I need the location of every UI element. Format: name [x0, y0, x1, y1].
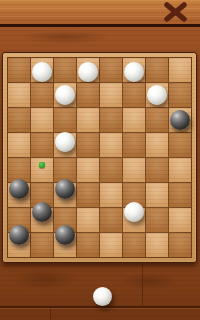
board-cell[interactable]: [146, 83, 168, 107]
board-grid: [7, 57, 192, 258]
board-cell[interactable]: [146, 108, 168, 132]
board-cell[interactable]: [146, 208, 168, 232]
board-cell[interactable]: [54, 183, 76, 207]
board-cell[interactable]: [146, 158, 168, 182]
white-piece[interactable]: [55, 85, 75, 105]
white-piece[interactable]: [147, 85, 167, 105]
title-bar: [0, 0, 200, 27]
tray-white-ball[interactable]: [93, 287, 112, 306]
wood-knot: [10, 268, 80, 290]
black-piece[interactable]: [9, 225, 29, 245]
game-screen: [0, 0, 200, 320]
board-cell[interactable]: [31, 158, 53, 182]
board-cell[interactable]: [123, 108, 145, 132]
board-cell[interactable]: [54, 83, 76, 107]
close-icon[interactable]: [163, 2, 188, 22]
board-cell[interactable]: [54, 133, 76, 157]
board-cell[interactable]: [8, 183, 30, 207]
board-cell[interactable]: [77, 233, 99, 257]
white-piece[interactable]: [124, 62, 144, 82]
wood-knot: [120, 272, 180, 290]
board-cell[interactable]: [100, 133, 122, 157]
wood-plank-seam: [0, 306, 200, 308]
board-cell[interactable]: [123, 158, 145, 182]
board-cell[interactable]: [169, 183, 191, 207]
white-piece[interactable]: [124, 202, 144, 222]
board-cell[interactable]: [77, 208, 99, 232]
board-cell[interactable]: [31, 133, 53, 157]
board-cell[interactable]: [77, 158, 99, 182]
wood-plank-seam: [50, 308, 51, 320]
board-cell[interactable]: [54, 58, 76, 82]
board-cell[interactable]: [123, 58, 145, 82]
black-piece[interactable]: [55, 179, 75, 199]
game-board: [2, 52, 197, 263]
board-cell[interactable]: [169, 158, 191, 182]
board-cell[interactable]: [77, 58, 99, 82]
board-cell[interactable]: [123, 208, 145, 232]
board-cell[interactable]: [8, 133, 30, 157]
board-cell[interactable]: [8, 233, 30, 257]
board-cell[interactable]: [77, 108, 99, 132]
board-cell[interactable]: [54, 233, 76, 257]
board-cell[interactable]: [31, 83, 53, 107]
board-cell[interactable]: [100, 58, 122, 82]
board-cell[interactable]: [8, 108, 30, 132]
board-cell[interactable]: [100, 83, 122, 107]
board-cell[interactable]: [8, 83, 30, 107]
board-cell[interactable]: [169, 233, 191, 257]
board-cell[interactable]: [54, 108, 76, 132]
board-cell[interactable]: [77, 183, 99, 207]
white-piece[interactable]: [55, 132, 75, 152]
board-cell[interactable]: [169, 58, 191, 82]
white-piece[interactable]: [78, 62, 98, 82]
board-cell[interactable]: [31, 233, 53, 257]
move-hint-marker: [39, 162, 45, 168]
board-cell[interactable]: [100, 158, 122, 182]
board-cell[interactable]: [123, 133, 145, 157]
board-cell[interactable]: [169, 133, 191, 157]
board-cell[interactable]: [100, 183, 122, 207]
board-cell[interactable]: [31, 108, 53, 132]
white-piece[interactable]: [32, 62, 52, 82]
board-cell[interactable]: [77, 133, 99, 157]
black-piece[interactable]: [32, 202, 52, 222]
board-cell[interactable]: [31, 208, 53, 232]
board-cell[interactable]: [146, 233, 168, 257]
board-cell[interactable]: [123, 83, 145, 107]
black-piece[interactable]: [9, 179, 29, 199]
board-cell[interactable]: [77, 83, 99, 107]
board-cell[interactable]: [146, 58, 168, 82]
board-cell[interactable]: [100, 108, 122, 132]
black-piece[interactable]: [170, 110, 190, 130]
board-cell[interactable]: [169, 83, 191, 107]
board-cell[interactable]: [123, 233, 145, 257]
board-cell[interactable]: [100, 208, 122, 232]
board-cell[interactable]: [169, 208, 191, 232]
board-cell[interactable]: [169, 108, 191, 132]
black-piece[interactable]: [55, 225, 75, 245]
board-cell[interactable]: [146, 183, 168, 207]
board-cell[interactable]: [31, 58, 53, 82]
board-cell[interactable]: [100, 233, 122, 257]
board-cell[interactable]: [146, 133, 168, 157]
wood-grain-streak: [20, 30, 110, 44]
board-cell[interactable]: [8, 58, 30, 82]
